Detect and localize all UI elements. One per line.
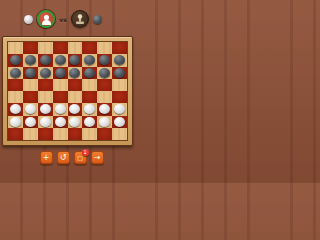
square-b2[interactable] (23, 116, 38, 128)
square-b7[interactable] (23, 54, 38, 66)
square-d5[interactable] (53, 79, 68, 91)
square-a1[interactable] (8, 128, 23, 140)
square-d3[interactable] (53, 103, 68, 115)
square-g3[interactable] (97, 103, 112, 115)
white-piece[interactable] (55, 117, 66, 127)
square-g1[interactable] (97, 128, 112, 140)
square-c4[interactable] (38, 91, 53, 103)
square-c5[interactable] (38, 79, 53, 91)
moves-list-button[interactable]: □1 (74, 151, 87, 164)
square-b6[interactable] (23, 67, 38, 79)
square-d1[interactable] (53, 128, 68, 140)
forward-button[interactable]: → (91, 151, 104, 164)
square-e1[interactable] (68, 128, 83, 140)
white-piece[interactable] (99, 117, 110, 127)
square-h5[interactable] (112, 79, 127, 91)
black-piece[interactable] (114, 68, 125, 78)
black-piece[interactable] (55, 68, 66, 78)
white-piece[interactable] (69, 104, 80, 114)
board-frame (2, 36, 133, 146)
human-player-avatar[interactable] (37, 10, 55, 28)
square-e7[interactable] (68, 54, 83, 66)
black-piece[interactable] (25, 55, 36, 65)
square-f8[interactable] (82, 42, 97, 54)
toolbar: +↺□1→ (0, 151, 135, 164)
black-piece[interactable] (10, 68, 21, 78)
white-checker-indicator (24, 15, 33, 24)
square-c6[interactable] (38, 67, 53, 79)
square-d4[interactable] (53, 91, 68, 103)
joystick-icon (75, 14, 85, 25)
white-piece[interactable] (84, 117, 95, 127)
square-d2[interactable] (53, 116, 68, 128)
undo-icon: ↺ (60, 154, 67, 162)
square-c3[interactable] (38, 103, 53, 115)
square-g8[interactable] (97, 42, 112, 54)
white-piece[interactable] (10, 104, 21, 114)
white-piece[interactable] (69, 117, 80, 127)
square-a7[interactable] (8, 54, 23, 66)
square-d6[interactable] (53, 67, 68, 79)
square-e5[interactable] (68, 79, 83, 91)
square-b3[interactable] (23, 103, 38, 115)
black-piece[interactable] (10, 55, 21, 65)
black-piece[interactable] (114, 55, 125, 65)
checkers-board (7, 41, 128, 141)
black-piece[interactable] (69, 55, 80, 65)
square-f6[interactable] (82, 67, 97, 79)
black-piece[interactable] (84, 55, 95, 65)
white-piece[interactable] (10, 117, 21, 127)
square-e3[interactable] (68, 103, 83, 115)
square-g4[interactable] (97, 91, 112, 103)
white-piece[interactable] (55, 104, 66, 114)
vs-label: vs (59, 16, 66, 23)
new-game-button[interactable]: + (40, 151, 53, 164)
black-piece[interactable] (99, 55, 110, 65)
square-e6[interactable] (68, 67, 83, 79)
square-a4[interactable] (8, 91, 23, 103)
square-a8[interactable] (8, 42, 23, 54)
square-a3[interactable] (8, 103, 23, 115)
square-b5[interactable] (23, 79, 38, 91)
computer-player-avatar[interactable] (71, 10, 89, 28)
square-f5[interactable] (82, 79, 97, 91)
square-e2[interactable] (68, 116, 83, 128)
square-h6[interactable] (112, 67, 127, 79)
black-piece[interactable] (69, 68, 80, 78)
square-e4[interactable] (68, 91, 83, 103)
square-a5[interactable] (8, 79, 23, 91)
white-piece[interactable] (40, 104, 51, 114)
square-g2[interactable] (97, 116, 112, 128)
square-a2[interactable] (8, 116, 23, 128)
square-h1[interactable] (112, 128, 127, 140)
black-piece[interactable] (40, 68, 51, 78)
square-c2[interactable] (38, 116, 53, 128)
square-f3[interactable] (82, 103, 97, 115)
square-c7[interactable] (38, 54, 53, 66)
black-piece[interactable] (99, 68, 110, 78)
square-c1[interactable] (38, 128, 53, 140)
square-h8[interactable] (112, 42, 127, 54)
plus-icon: + (43, 154, 50, 162)
square-c8[interactable] (38, 42, 53, 54)
square-h2[interactable] (112, 116, 127, 128)
square-b8[interactable] (23, 42, 38, 54)
person-icon (42, 20, 51, 25)
square-g6[interactable] (97, 67, 112, 79)
square-e8[interactable] (68, 42, 83, 54)
square-b1[interactable] (23, 128, 38, 140)
square-f2[interactable] (82, 116, 97, 128)
square-h4[interactable] (112, 91, 127, 103)
white-piece[interactable] (99, 104, 110, 114)
square-h3[interactable] (112, 103, 127, 115)
white-piece[interactable] (114, 104, 125, 114)
square-a6[interactable] (8, 67, 23, 79)
square-b4[interactable] (23, 91, 38, 103)
square-g5[interactable] (97, 79, 112, 91)
square-g7[interactable] (97, 54, 112, 66)
black-piece[interactable] (55, 55, 66, 65)
white-piece[interactable] (25, 117, 36, 127)
black-checker-indicator (93, 15, 102, 24)
players-header: vs (0, 8, 135, 30)
square-f1[interactable] (82, 128, 97, 140)
black-piece[interactable] (25, 68, 36, 78)
square-icon: □ (77, 155, 83, 161)
white-piece[interactable] (114, 117, 125, 127)
notification-badge: 1 (82, 149, 89, 156)
black-piece[interactable] (84, 68, 95, 78)
square-f4[interactable] (82, 91, 97, 103)
white-piece[interactable] (84, 104, 95, 114)
undo-button[interactable]: ↺ (57, 151, 70, 164)
black-piece[interactable] (40, 55, 51, 65)
arrow-right-icon: → (94, 154, 101, 162)
white-piece[interactable] (40, 117, 51, 127)
white-piece[interactable] (25, 104, 36, 114)
square-f7[interactable] (82, 54, 97, 66)
square-d8[interactable] (53, 42, 68, 54)
square-d7[interactable] (53, 54, 68, 66)
square-h7[interactable] (112, 54, 127, 66)
